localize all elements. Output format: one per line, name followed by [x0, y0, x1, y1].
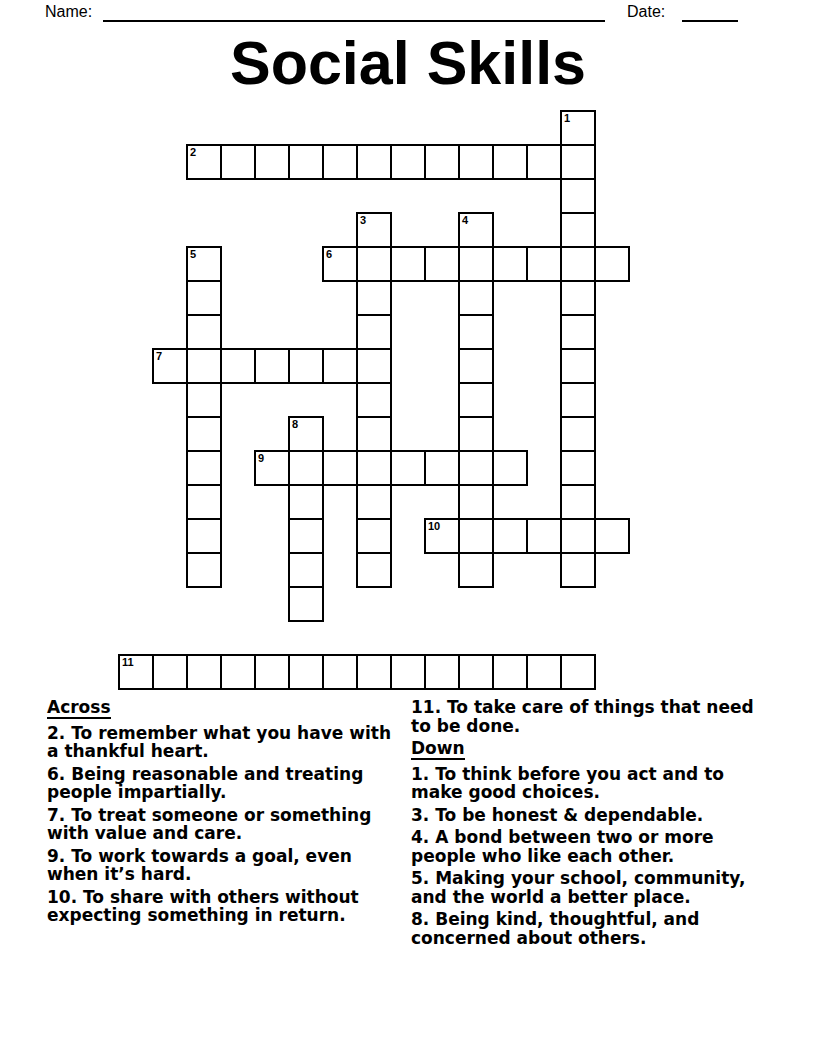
page-title: Social Skills [0, 28, 816, 98]
grid-cell-r16c7[interactable] [356, 654, 392, 690]
grid-cell-r1c9[interactable] [424, 144, 460, 180]
grid-cell-r10c7[interactable] [356, 450, 392, 486]
grid-cell-r12c14[interactable] [594, 518, 630, 554]
grid-cell-r10c9[interactable] [424, 450, 460, 486]
across-clues-overflow: 11. To take care of things that need to … [411, 698, 763, 735]
clue-across-9: 9. To work towards a goal, even when it’… [47, 847, 399, 884]
clues-left-column: Across 2. To remember what you have with… [47, 698, 399, 929]
grid-cell-r12c7[interactable] [356, 518, 392, 554]
grid-cell-r4c14[interactable] [594, 246, 630, 282]
grid-cell-r11c10[interactable] [458, 484, 494, 520]
name-fill-line[interactable] [103, 20, 605, 22]
clue-down-1: 1. To think before you act and to make g… [411, 765, 763, 802]
grid-cell-r4c12[interactable] [526, 246, 562, 282]
down-heading-row: Down [411, 739, 763, 760]
grid-cell-r7c1[interactable]: 7 [152, 348, 188, 384]
grid-cell-r5c7[interactable] [356, 280, 392, 316]
grid-cell-r4c7[interactable] [356, 246, 392, 282]
grid-cell-r9c5[interactable]: 8 [288, 416, 324, 452]
grid-cell-r4c6[interactable]: 6 [322, 246, 358, 282]
cell-number-1: 1 [564, 113, 570, 124]
grid-cell-r6c7[interactable] [356, 314, 392, 350]
grid-cell-r12c9[interactable]: 10 [424, 518, 460, 554]
grid-cell-r1c8[interactable] [390, 144, 426, 180]
cell-number-6: 6 [326, 249, 332, 260]
grid-cell-r16c0[interactable]: 11 [118, 654, 154, 690]
grid-cell-r3c10[interactable]: 4 [458, 212, 494, 248]
grid-cell-r9c7[interactable] [356, 416, 392, 452]
clue-down-4: 4. A bond between two or more people who… [411, 828, 763, 865]
grid-cell-r1c3[interactable] [220, 144, 256, 180]
grid-cell-r7c2[interactable] [186, 348, 222, 384]
clue-down-3: 3. To be honest & dependable. [411, 806, 763, 825]
grid-cell-r7c13[interactable] [560, 348, 596, 384]
grid-cell-r7c3[interactable] [220, 348, 256, 384]
grid-cell-r16c8[interactable] [390, 654, 426, 690]
grid-cell-r4c2[interactable]: 5 [186, 246, 222, 282]
grid-cell-r10c8[interactable] [390, 450, 426, 486]
grid-cell-r16c3[interactable] [220, 654, 256, 690]
grid-cell-r13c10[interactable] [458, 552, 494, 588]
grid-cell-r1c4[interactable] [254, 144, 290, 180]
grid-cell-r10c5[interactable] [288, 450, 324, 486]
grid-cell-r8c2[interactable] [186, 382, 222, 418]
grid-cell-r5c13[interactable] [560, 280, 596, 316]
across-clues-list: 2. To remember what you have with a than… [47, 724, 399, 925]
cell-number-7: 7 [156, 351, 162, 362]
grid-cell-r6c13[interactable] [560, 314, 596, 350]
grid-cell-r4c9[interactable] [424, 246, 460, 282]
grid-cell-r1c6[interactable] [322, 144, 358, 180]
grid-cell-r8c10[interactable] [458, 382, 494, 418]
cell-number-4: 4 [462, 215, 468, 226]
grid-cell-r7c7[interactable] [356, 348, 392, 384]
grid-cell-r12c5[interactable] [288, 518, 324, 554]
grid-cell-r16c2[interactable] [186, 654, 222, 690]
clue-across-7: 7. To treat someone or something with va… [47, 806, 399, 843]
cell-number-10: 10 [428, 521, 440, 532]
clue-across-10: 10. To share with others without expecti… [47, 888, 399, 925]
grid-cell-r1c12[interactable] [526, 144, 562, 180]
cell-number-3: 3 [360, 215, 366, 226]
grid-cell-r5c2[interactable] [186, 280, 222, 316]
grid-cell-r7c6[interactable] [322, 348, 358, 384]
grid-cell-r12c2[interactable] [186, 518, 222, 554]
grid-cell-r9c2[interactable] [186, 416, 222, 452]
grid-cell-r8c13[interactable] [560, 382, 596, 418]
grid-cell-r12c13[interactable] [560, 518, 596, 554]
grid-cell-r10c6[interactable] [322, 450, 358, 486]
grid-cell-r4c13[interactable] [560, 246, 596, 282]
across-heading-row: Across [47, 698, 399, 719]
grid-cell-r11c5[interactable] [288, 484, 324, 520]
grid-cell-r4c11[interactable] [492, 246, 528, 282]
grid-cell-r16c13[interactable] [560, 654, 596, 690]
grid-cell-r16c9[interactable] [424, 654, 460, 690]
clue-across-11: 11. To take care of things that need to … [411, 698, 763, 735]
cell-number-5: 5 [190, 249, 196, 260]
grid-cell-r16c5[interactable] [288, 654, 324, 690]
crossword-grid: 1234567891011 [118, 110, 630, 690]
grid-cell-r13c2[interactable] [186, 552, 222, 588]
grid-cell-r13c7[interactable] [356, 552, 392, 588]
grid-cell-r7c10[interactable] [458, 348, 494, 384]
grid-cell-r16c6[interactable] [322, 654, 358, 690]
clue-across-2: 2. To remember what you have with a than… [47, 724, 399, 761]
grid-cell-r16c1[interactable] [152, 654, 188, 690]
grid-cell-r10c4[interactable]: 9 [254, 450, 290, 486]
down-clues-list: 1. To think before you act and to make g… [411, 765, 763, 948]
grid-cell-r8c7[interactable] [356, 382, 392, 418]
grid-cell-r3c7[interactable]: 3 [356, 212, 392, 248]
grid-cell-r9c10[interactable] [458, 416, 494, 452]
grid-cell-r3c13[interactable] [560, 212, 596, 248]
grid-cell-r1c2[interactable]: 2 [186, 144, 222, 180]
date-label: Date: [627, 3, 665, 21]
grid-cell-r4c10[interactable] [458, 246, 494, 282]
grid-cell-r1c11[interactable] [492, 144, 528, 180]
grid-cell-r13c5[interactable] [288, 552, 324, 588]
grid-cell-r1c7[interactable] [356, 144, 392, 180]
cell-number-2: 2 [190, 147, 196, 158]
grid-cell-r1c5[interactable] [288, 144, 324, 180]
date-fill-line[interactable] [682, 20, 738, 22]
grid-cell-r16c11[interactable] [492, 654, 528, 690]
grid-cell-r10c13[interactable] [560, 450, 596, 486]
grid-cell-r0c13[interactable]: 1 [560, 110, 596, 146]
grid-cell-r2c13[interactable] [560, 178, 596, 214]
grid-cell-r11c2[interactable] [186, 484, 222, 520]
grid-cell-r4c8[interactable] [390, 246, 426, 282]
grid-cell-r10c2[interactable] [186, 450, 222, 486]
grid-cell-r9c13[interactable] [560, 416, 596, 452]
worksheet-page: Name: Date: Social Skills 1234567891011 … [0, 0, 816, 1056]
clues-right-column: 11. To take care of things that need to … [411, 698, 763, 951]
clue-down-5: 5. Making your school, community, and th… [411, 869, 763, 906]
grid-cell-r10c11[interactable] [492, 450, 528, 486]
grid-cell-r6c2[interactable] [186, 314, 222, 350]
clue-down-8: 8. Being kind, thoughtful, and concerned… [411, 910, 763, 947]
grid-cell-r12c10[interactable] [458, 518, 494, 554]
grid-cell-r7c4[interactable] [254, 348, 290, 384]
grid-cell-r11c7[interactable] [356, 484, 392, 520]
grid-cell-r14c5[interactable] [288, 586, 324, 622]
clue-across-6: 6. Being reasonable and treating people … [47, 765, 399, 802]
grid-cell-r1c10[interactable] [458, 144, 494, 180]
grid-cell-r12c12[interactable] [526, 518, 562, 554]
grid-cell-r13c13[interactable] [560, 552, 596, 588]
across-heading: Across [47, 698, 111, 719]
cell-number-8: 8 [292, 419, 298, 430]
cell-number-11: 11 [122, 657, 134, 668]
down-heading: Down [411, 739, 465, 760]
grid-cell-r10c10[interactable] [458, 450, 494, 486]
grid-cell-r16c10[interactable] [458, 654, 494, 690]
grid-cell-r6c10[interactable] [458, 314, 494, 350]
grid-cell-r16c4[interactable] [254, 654, 290, 690]
grid-cell-r1c13[interactable] [560, 144, 596, 180]
name-label: Name: [45, 3, 92, 21]
grid-cell-r12c11[interactable] [492, 518, 528, 554]
grid-cell-r7c5[interactable] [288, 348, 324, 384]
grid-cell-r16c12[interactable] [526, 654, 562, 690]
grid-cell-r5c10[interactable] [458, 280, 494, 316]
grid-cell-r11c13[interactable] [560, 484, 596, 520]
cell-number-9: 9 [258, 453, 264, 464]
